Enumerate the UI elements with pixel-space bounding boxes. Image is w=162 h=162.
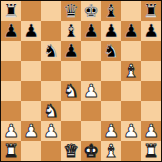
piece-black-king[interactable]: ♚ [83,2,99,20]
piece-white-pawn[interactable]: ♟ [123,122,139,140]
square-e7[interactable]: ♟ [81,21,101,41]
piece-white-pawn[interactable]: ♟ [83,82,99,100]
square-b4[interactable] [21,81,41,101]
square-h5[interactable] [141,61,161,81]
square-f2[interactable]: ♟ [101,121,121,141]
square-g6[interactable] [121,41,141,61]
piece-black-pawn[interactable]: ♟ [63,42,79,60]
square-d4[interactable]: ♞ [61,81,81,101]
square-b5[interactable] [21,61,41,81]
piece-black-bishop[interactable]: ♝ [63,22,79,40]
piece-black-rook[interactable]: ♜ [3,2,19,20]
chess-board: ♜♛♚♝♜♟♟♝♟♟♟♟♞♟♞♝♞♟♞♟♟♟♟♟♟♜♛♚♝♜ [0,0,162,162]
square-g7[interactable]: ♟ [121,21,141,41]
square-f1[interactable]: ♝ [101,141,121,161]
piece-black-queen[interactable]: ♛ [63,2,79,20]
square-f6[interactable]: ♞ [101,41,121,61]
square-d2[interactable] [61,121,81,141]
square-a8[interactable]: ♜ [1,1,21,21]
piece-black-pawn[interactable]: ♟ [103,22,119,40]
square-b3[interactable] [21,101,41,121]
piece-white-pawn[interactable]: ♟ [3,122,19,140]
square-a6[interactable] [1,41,21,61]
square-a3[interactable] [1,101,21,121]
square-e1[interactable]: ♚ [81,141,101,161]
square-h2[interactable]: ♟ [141,121,161,141]
square-e3[interactable] [81,101,101,121]
piece-black-pawn[interactable]: ♟ [143,22,159,40]
square-e2[interactable] [81,121,101,141]
piece-white-knight[interactable]: ♞ [43,102,59,120]
square-f7[interactable]: ♟ [101,21,121,41]
square-h3[interactable] [141,101,161,121]
square-g4[interactable] [121,81,141,101]
square-h7[interactable]: ♟ [141,21,161,41]
piece-black-bishop[interactable]: ♝ [103,2,119,20]
chess-board-window: ♜♛♚♝♜♟♟♝♟♟♟♟♞♟♞♝♞♟♞♟♟♟♟♟♟♜♛♚♝♜ [0,0,162,162]
piece-black-pawn[interactable]: ♟ [83,22,99,40]
square-b7[interactable]: ♟ [21,21,41,41]
piece-white-pawn[interactable]: ♟ [143,122,159,140]
piece-white-king[interactable]: ♚ [83,142,99,160]
square-f4[interactable] [101,81,121,101]
square-c7[interactable] [41,21,61,41]
piece-black-rook[interactable]: ♜ [143,2,159,20]
square-a4[interactable] [1,81,21,101]
square-h1[interactable]: ♜ [141,141,161,161]
square-c5[interactable] [41,61,61,81]
piece-white-rook[interactable]: ♜ [3,142,19,160]
piece-black-knight[interactable]: ♞ [43,42,59,60]
square-e5[interactable] [81,61,101,81]
square-b6[interactable] [21,41,41,61]
square-a2[interactable]: ♟ [1,121,21,141]
square-h6[interactable] [141,41,161,61]
square-c1[interactable] [41,141,61,161]
piece-white-bishop[interactable]: ♝ [103,142,119,160]
square-c2[interactable]: ♟ [41,121,61,141]
square-e8[interactable]: ♚ [81,1,101,21]
square-g8[interactable] [121,1,141,21]
piece-black-pawn[interactable]: ♟ [3,22,19,40]
piece-black-knight[interactable]: ♞ [103,42,119,60]
square-a7[interactable]: ♟ [1,21,21,41]
piece-white-pawn[interactable]: ♟ [103,122,119,140]
square-d1[interactable]: ♛ [61,141,81,161]
piece-white-knight[interactable]: ♞ [63,82,79,100]
square-b8[interactable] [21,1,41,21]
square-e6[interactable] [81,41,101,61]
piece-white-pawn[interactable]: ♟ [43,122,59,140]
piece-black-pawn[interactable]: ♟ [123,22,139,40]
square-g3[interactable] [121,101,141,121]
square-c8[interactable] [41,1,61,21]
square-f3[interactable] [101,101,121,121]
square-a5[interactable] [1,61,21,81]
square-c4[interactable] [41,81,61,101]
square-d6[interactable]: ♟ [61,41,81,61]
square-d3[interactable] [61,101,81,121]
square-f5[interactable] [101,61,121,81]
piece-white-queen[interactable]: ♛ [63,142,79,160]
square-b1[interactable] [21,141,41,161]
piece-white-pawn[interactable]: ♟ [23,122,39,140]
square-c3[interactable]: ♞ [41,101,61,121]
square-g1[interactable] [121,141,141,161]
square-a1[interactable]: ♜ [1,141,21,161]
piece-black-pawn[interactable]: ♟ [23,22,39,40]
square-c6[interactable]: ♞ [41,41,61,61]
square-g5[interactable]: ♝ [121,61,141,81]
square-g2[interactable]: ♟ [121,121,141,141]
piece-white-bishop[interactable]: ♝ [123,62,139,80]
square-f8[interactable]: ♝ [101,1,121,21]
square-h8[interactable]: ♜ [141,1,161,21]
square-e4[interactable]: ♟ [81,81,101,101]
square-d5[interactable] [61,61,81,81]
square-d8[interactable]: ♛ [61,1,81,21]
square-h4[interactable] [141,81,161,101]
piece-white-rook[interactable]: ♜ [143,142,159,160]
square-d7[interactable]: ♝ [61,21,81,41]
square-b2[interactable]: ♟ [21,121,41,141]
